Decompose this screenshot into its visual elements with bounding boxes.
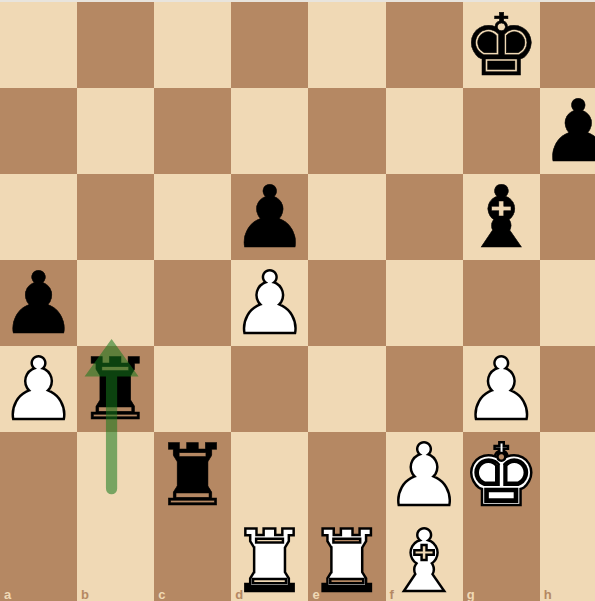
square-d5[interactable]: ♟ bbox=[231, 260, 308, 346]
square-h1[interactable]: h1 bbox=[540, 518, 595, 601]
square-c7[interactable] bbox=[154, 88, 231, 174]
square-d3[interactable] bbox=[231, 432, 308, 518]
square-a4[interactable]: ♟ bbox=[0, 346, 77, 432]
square-b1[interactable]: b bbox=[77, 518, 154, 601]
square-e7[interactable] bbox=[308, 88, 385, 174]
square-g8[interactable]: ♚ bbox=[463, 2, 540, 88]
file-label-d: d bbox=[235, 588, 243, 601]
square-d4[interactable] bbox=[231, 346, 308, 432]
square-b6[interactable] bbox=[77, 174, 154, 260]
square-f7[interactable] bbox=[386, 88, 463, 174]
square-b8[interactable] bbox=[77, 2, 154, 88]
white-bishop-f1[interactable]: ♝ bbox=[386, 518, 463, 601]
black-rook-b4[interactable]: ♜ bbox=[77, 346, 154, 432]
square-a6[interactable] bbox=[0, 174, 77, 260]
square-f6[interactable] bbox=[386, 174, 463, 260]
square-e4[interactable] bbox=[308, 346, 385, 432]
square-c3[interactable]: ♜ bbox=[154, 432, 231, 518]
white-pawn-f3[interactable]: ♟ bbox=[386, 432, 463, 518]
square-g6[interactable]: ♝ bbox=[463, 174, 540, 260]
square-d8[interactable] bbox=[231, 2, 308, 88]
black-bishop-g6[interactable]: ♝ bbox=[463, 174, 540, 260]
white-king-g3[interactable]: ♚ bbox=[463, 432, 540, 518]
square-a7[interactable] bbox=[0, 88, 77, 174]
square-f5[interactable] bbox=[386, 260, 463, 346]
square-a5[interactable]: ♟ bbox=[0, 260, 77, 346]
square-g5[interactable] bbox=[463, 260, 540, 346]
square-e8[interactable] bbox=[308, 2, 385, 88]
file-label-g: g bbox=[467, 588, 475, 601]
square-e1[interactable]: ♜e bbox=[308, 518, 385, 601]
square-e3[interactable] bbox=[308, 432, 385, 518]
white-pawn-g4[interactable]: ♟ bbox=[463, 346, 540, 432]
square-b3[interactable] bbox=[77, 432, 154, 518]
square-d6[interactable]: ♟ bbox=[231, 174, 308, 260]
square-b7[interactable] bbox=[77, 88, 154, 174]
square-b4[interactable]: ♜ bbox=[77, 346, 154, 432]
square-f4[interactable] bbox=[386, 346, 463, 432]
square-d7[interactable] bbox=[231, 88, 308, 174]
square-b5[interactable] bbox=[77, 260, 154, 346]
white-pawn-d5[interactable]: ♟ bbox=[231, 260, 308, 346]
white-rook-e1[interactable]: ♜ bbox=[308, 518, 385, 601]
square-h7[interactable]: ♟7 bbox=[540, 88, 595, 174]
chess-board[interactable]: ♚8♟7♟♝6♟♟5♟♜♟4♜♟♚32abc♜d♜e♝fgh1 bbox=[0, 2, 595, 601]
black-pawn-d6[interactable]: ♟ bbox=[231, 174, 308, 260]
square-g1[interactable]: g bbox=[463, 518, 540, 601]
square-e5[interactable] bbox=[308, 260, 385, 346]
square-c5[interactable] bbox=[154, 260, 231, 346]
square-c4[interactable] bbox=[154, 346, 231, 432]
square-c8[interactable] bbox=[154, 2, 231, 88]
square-h6[interactable]: 6 bbox=[540, 174, 595, 260]
file-label-c: c bbox=[158, 588, 165, 601]
chess-app: ♚8♟7♟♝6♟♟5♟♜♟4♜♟♚32abc♜d♜e♝fgh1 bbox=[0, 0, 595, 601]
file-label-b: b bbox=[81, 588, 89, 601]
square-g3[interactable]: ♚ bbox=[463, 432, 540, 518]
square-f3[interactable]: ♟ bbox=[386, 432, 463, 518]
square-a8[interactable] bbox=[0, 2, 77, 88]
square-e6[interactable] bbox=[308, 174, 385, 260]
square-g7[interactable] bbox=[463, 88, 540, 174]
square-h8[interactable]: 8 bbox=[540, 2, 595, 88]
white-pawn-a4[interactable]: ♟ bbox=[0, 346, 77, 432]
black-rook-c3[interactable]: ♜ bbox=[154, 432, 231, 518]
square-h3[interactable]: 3 bbox=[540, 432, 595, 518]
square-g4[interactable]: ♟ bbox=[463, 346, 540, 432]
square-d1[interactable]: ♜d bbox=[231, 518, 308, 601]
file-label-f: f bbox=[390, 588, 394, 601]
square-h4[interactable]: 4 bbox=[540, 346, 595, 432]
square-h5[interactable]: 5 bbox=[540, 260, 595, 346]
black-king-g8[interactable]: ♚ bbox=[463, 2, 540, 88]
square-f1[interactable]: ♝f bbox=[386, 518, 463, 601]
black-pawn-a5[interactable]: ♟ bbox=[0, 260, 77, 346]
square-c1[interactable]: c bbox=[154, 518, 231, 601]
file-label-a: a bbox=[4, 588, 11, 601]
square-a3[interactable] bbox=[0, 432, 77, 518]
square-c6[interactable] bbox=[154, 174, 231, 260]
square-f8[interactable] bbox=[386, 2, 463, 88]
file-label-h: h bbox=[544, 588, 552, 601]
square-a1[interactable]: a bbox=[0, 518, 77, 601]
black-pawn-h7[interactable]: ♟ bbox=[540, 88, 595, 174]
file-label-e: e bbox=[312, 588, 319, 601]
